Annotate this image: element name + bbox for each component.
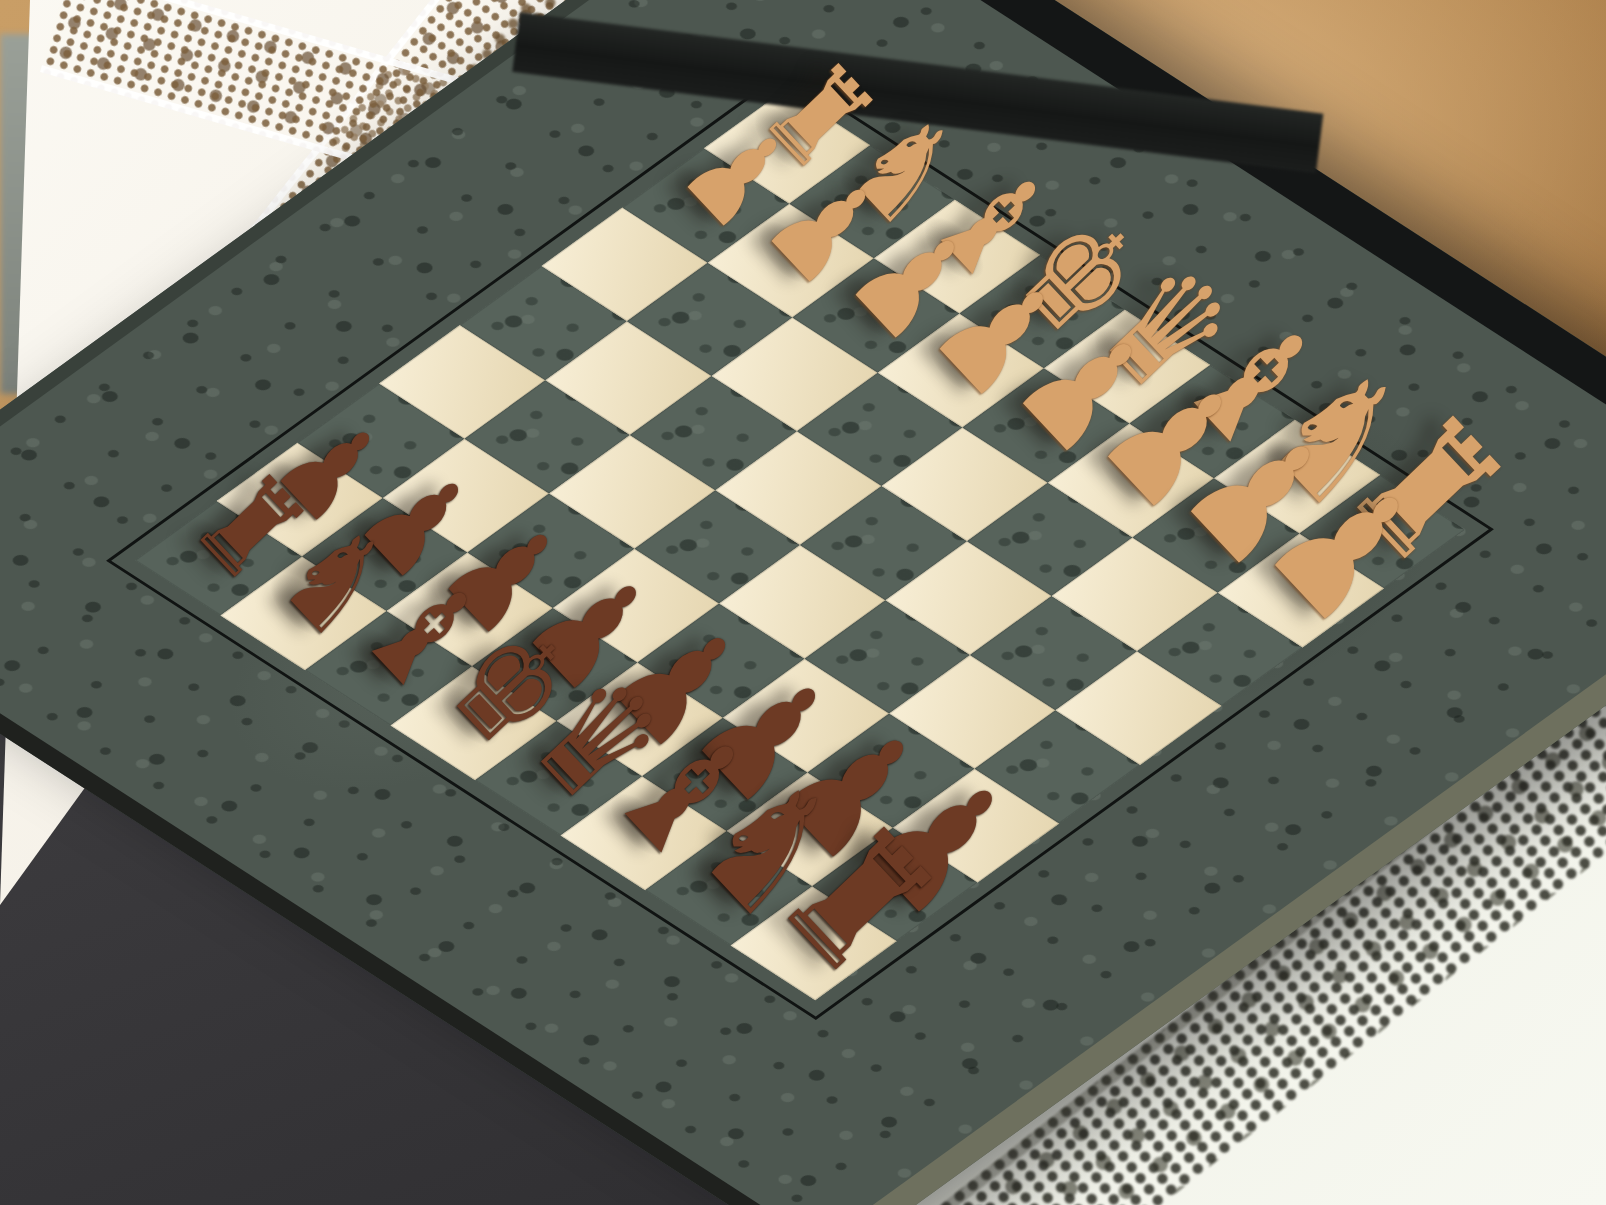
photo-scene: ♜♟♟♜♞♟♟♞♝♟♟♝♚♟♟♚♛♟♟♛♝♟♟♝♞♟♟♞♜♟♟♜ [0, 0, 1606, 1205]
piece-layer: ♜♟♟♜♞♟♟♞♝♟♟♝♚♟♟♚♛♟♟♛♝♟♟♝♞♟♟♞♜♟♟♜ [0, 0, 1606, 1205]
